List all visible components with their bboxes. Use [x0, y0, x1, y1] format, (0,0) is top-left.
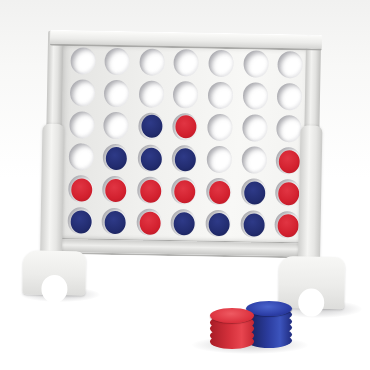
left-front-leg — [40, 124, 64, 258]
right-front-leg — [298, 125, 323, 262]
red-disc — [278, 182, 299, 205]
blue-disc — [141, 147, 162, 170]
hole — [69, 111, 94, 138]
hole — [173, 113, 198, 140]
hole — [206, 178, 231, 205]
hole — [242, 114, 267, 141]
hole — [105, 47, 130, 74]
blue-disc — [70, 210, 91, 233]
hole — [136, 209, 161, 236]
hole — [276, 147, 301, 174]
blue-disc — [244, 181, 265, 204]
hole — [241, 146, 266, 173]
hole — [277, 83, 302, 110]
cell-r1c6[interactable] — [238, 47, 273, 80]
hole — [68, 175, 93, 202]
cell-r6c4[interactable] — [166, 207, 201, 240]
bottom-rail — [56, 238, 309, 259]
cell-r4c1[interactable] — [64, 141, 99, 174]
hole — [104, 112, 129, 139]
hole — [171, 177, 196, 204]
red-disc — [175, 180, 196, 203]
cell-r4c6[interactable] — [236, 144, 271, 177]
hole — [275, 179, 300, 206]
hole — [138, 144, 163, 171]
hole — [103, 144, 128, 171]
hole — [137, 177, 162, 204]
cell-r2c2[interactable] — [99, 77, 134, 110]
red-disc — [279, 150, 300, 173]
cell-r1c2[interactable] — [100, 45, 135, 78]
blue-disc — [141, 115, 162, 138]
blue-disc — [243, 213, 264, 236]
hole — [138, 112, 163, 139]
cell-r2c5[interactable] — [203, 79, 238, 112]
hole — [68, 143, 93, 170]
cell-r3c6[interactable] — [237, 112, 272, 145]
cell-r3c2[interactable] — [99, 109, 134, 142]
cell-r4c3[interactable] — [133, 142, 168, 175]
hole — [67, 208, 92, 235]
cell-r1c1[interactable] — [65, 44, 100, 77]
cell-r6c6[interactable] — [235, 208, 270, 241]
cell-r4c4[interactable] — [167, 142, 202, 175]
cell-r2c7[interactable] — [272, 80, 307, 113]
hole — [278, 51, 303, 78]
hole — [104, 80, 129, 107]
hole — [208, 49, 233, 76]
cell-r5c4[interactable] — [167, 175, 202, 208]
red-disc — [209, 180, 230, 203]
cell-r4c5[interactable] — [202, 143, 237, 176]
left-foot-arch — [41, 275, 68, 303]
hole — [173, 81, 198, 108]
cell-r2c3[interactable] — [134, 77, 169, 110]
hole — [139, 80, 164, 107]
hole — [207, 146, 232, 173]
blue-disc — [175, 148, 196, 171]
right-foot-arch — [298, 288, 325, 316]
board — [58, 42, 312, 244]
cell-r6c5[interactable] — [201, 207, 236, 240]
cell-r3c1[interactable] — [64, 108, 99, 141]
red-disc — [139, 211, 160, 234]
board-grid — [62, 44, 307, 241]
red-disc — [176, 116, 197, 139]
cell-r1c4[interactable] — [169, 46, 204, 79]
cell-r5c5[interactable] — [201, 175, 236, 208]
blue-disc — [174, 212, 195, 235]
hole — [205, 210, 230, 237]
hole — [70, 79, 95, 106]
red-disc — [278, 214, 299, 237]
cell-r2c6[interactable] — [238, 79, 273, 112]
cell-r2c1[interactable] — [65, 76, 100, 109]
cell-r5c6[interactable] — [236, 176, 271, 209]
blue-disc — [106, 146, 127, 169]
hole — [207, 114, 232, 141]
hole — [208, 81, 233, 108]
hole — [242, 82, 267, 109]
red-disc-stack[interactable] — [210, 303, 254, 349]
red-disc — [105, 179, 126, 202]
cell-r1c3[interactable] — [134, 45, 169, 78]
hole — [102, 208, 127, 235]
hole — [172, 145, 197, 172]
cell-r1c5[interactable] — [204, 47, 239, 80]
cell-r5c3[interactable] — [132, 174, 167, 207]
cell-r4c2[interactable] — [98, 141, 133, 174]
cell-r3c4[interactable] — [168, 110, 203, 143]
cell-r1c7[interactable] — [273, 48, 308, 81]
cell-r3c5[interactable] — [202, 111, 237, 144]
blue-disc — [209, 213, 230, 236]
cell-r3c3[interactable] — [133, 110, 168, 143]
hole — [139, 48, 164, 75]
blue-disc — [105, 211, 126, 234]
hole — [243, 50, 268, 77]
hole — [241, 179, 266, 206]
red-disc — [71, 178, 92, 201]
cell-r2c4[interactable] — [168, 78, 203, 111]
cell-r5c1[interactable] — [63, 173, 98, 206]
hole — [174, 49, 199, 76]
cell-r6c2[interactable] — [97, 206, 132, 239]
hole — [70, 47, 95, 74]
connect-four-stand — [0, 0, 370, 370]
hole — [102, 176, 127, 203]
cell-r6c1[interactable] — [62, 205, 97, 238]
left-foot — [22, 250, 86, 295]
red-disc — [140, 179, 161, 202]
hole — [275, 211, 300, 238]
cell-r5c2[interactable] — [98, 173, 133, 206]
hole — [276, 115, 301, 142]
hole — [240, 211, 265, 238]
scene — [0, 0, 370, 370]
cell-r6c3[interactable] — [132, 206, 167, 239]
hole — [171, 209, 196, 236]
